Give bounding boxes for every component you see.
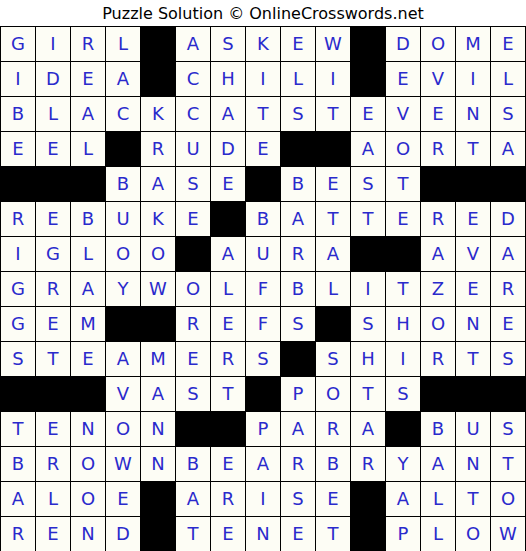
letter-cell: B	[281, 272, 316, 307]
letter-cell: B	[246, 202, 281, 237]
page-title: Puzzle Solution © OnlineCrosswords.net	[0, 0, 526, 26]
letter-cell: W	[106, 447, 141, 482]
letter-cell: A	[351, 412, 386, 447]
block-cell	[246, 167, 281, 202]
letter-cell: A	[246, 447, 281, 482]
block-cell	[351, 237, 386, 272]
letter-cell: O	[106, 237, 141, 272]
block-cell	[246, 377, 281, 412]
letter-cell: A	[1, 482, 36, 517]
letter-cell: E	[36, 412, 71, 447]
block-cell	[421, 167, 456, 202]
letter-cell: I	[1, 62, 36, 97]
letter-cell: L	[421, 517, 456, 551]
letter-cell: I	[1, 237, 36, 272]
letter-cell: M	[141, 342, 176, 377]
letter-cell: G	[1, 307, 36, 342]
letter-cell: B	[421, 412, 456, 447]
letter-cell: E	[246, 132, 281, 167]
letter-cell: T	[246, 97, 281, 132]
letter-cell: I	[246, 482, 281, 517]
letter-cell: N	[141, 447, 176, 482]
letter-cell: P	[246, 412, 281, 447]
letter-cell: S	[281, 97, 316, 132]
block-cell	[141, 307, 176, 342]
letter-cell: K	[246, 27, 281, 62]
letter-cell: E	[211, 447, 246, 482]
letter-cell: S	[351, 167, 386, 202]
letter-cell: S	[281, 482, 316, 517]
letter-cell: A	[351, 132, 386, 167]
letter-cell: O	[491, 482, 526, 517]
letter-cell: F	[246, 307, 281, 342]
letter-cell: L	[316, 272, 351, 307]
letter-cell: O	[106, 412, 141, 447]
letter-cell: T	[456, 482, 491, 517]
letter-cell: E	[176, 342, 211, 377]
block-cell	[316, 132, 351, 167]
letter-cell: W	[316, 27, 351, 62]
letter-cell: A	[141, 377, 176, 412]
letter-cell: S	[316, 342, 351, 377]
letter-cell: E	[386, 202, 421, 237]
letter-cell: R	[141, 132, 176, 167]
letter-cell: L	[211, 272, 246, 307]
letter-cell: A	[281, 412, 316, 447]
letter-cell: R	[1, 202, 36, 237]
letter-cell: E	[36, 307, 71, 342]
letter-cell: Z	[421, 272, 456, 307]
letter-cell: B	[316, 447, 351, 482]
letter-cell: S	[176, 377, 211, 412]
letter-cell: A	[316, 237, 351, 272]
block-cell	[141, 517, 176, 551]
letter-cell: O	[176, 272, 211, 307]
letter-cell: A	[176, 27, 211, 62]
block-cell	[141, 62, 176, 97]
letter-cell: O	[71, 482, 106, 517]
letter-cell: A	[106, 62, 141, 97]
letter-cell: T	[456, 132, 491, 167]
letter-cell: R	[351, 447, 386, 482]
letter-cell: E	[456, 202, 491, 237]
block-cell	[281, 132, 316, 167]
letter-cell: K	[141, 97, 176, 132]
letter-cell: H	[386, 307, 421, 342]
letter-cell: L	[71, 132, 106, 167]
letter-cell: T	[351, 377, 386, 412]
letter-cell: I	[246, 62, 281, 97]
letter-cell: N	[456, 307, 491, 342]
letter-cell: I	[386, 342, 421, 377]
letter-cell: I	[351, 272, 386, 307]
letter-cell: S	[176, 167, 211, 202]
letter-cell: R	[421, 132, 456, 167]
letter-cell: L	[491, 62, 526, 97]
letter-cell: R	[71, 27, 106, 62]
letter-cell: N	[456, 97, 491, 132]
letter-cell: A	[491, 132, 526, 167]
letter-cell: E	[71, 342, 106, 377]
letter-cell: S	[281, 307, 316, 342]
letter-cell: S	[246, 342, 281, 377]
letter-cell: A	[176, 482, 211, 517]
block-cell	[421, 377, 456, 412]
letter-cell: D	[36, 62, 71, 97]
letter-cell: B	[1, 447, 36, 482]
letter-cell: B	[71, 202, 106, 237]
letter-cell: T	[386, 167, 421, 202]
letter-cell: E	[1, 132, 36, 167]
letter-cell: R	[281, 237, 316, 272]
letter-cell: T	[36, 342, 71, 377]
letter-cell: O	[141, 237, 176, 272]
letter-cell: U	[176, 132, 211, 167]
letter-cell: R	[491, 272, 526, 307]
letter-cell: T	[211, 377, 246, 412]
block-cell	[176, 412, 211, 447]
letter-cell: R	[421, 202, 456, 237]
letter-cell: L	[106, 27, 141, 62]
letter-cell: G	[36, 237, 71, 272]
block-cell	[491, 167, 526, 202]
block-cell	[36, 167, 71, 202]
letter-cell: E	[491, 27, 526, 62]
letter-cell: T	[491, 447, 526, 482]
letter-cell: B	[176, 447, 211, 482]
letter-cell: A	[421, 237, 456, 272]
letter-cell: S	[386, 377, 421, 412]
letter-cell: W	[491, 517, 526, 551]
letter-cell: L	[36, 97, 71, 132]
letter-cell: R	[36, 447, 71, 482]
letter-cell: S	[351, 307, 386, 342]
letter-cell: P	[386, 517, 421, 551]
letter-cell: S	[491, 412, 526, 447]
letter-cell: M	[71, 307, 106, 342]
letter-cell: A	[71, 272, 106, 307]
letter-cell: F	[246, 272, 281, 307]
letter-cell: C	[106, 97, 141, 132]
letter-cell: I	[36, 27, 71, 62]
letter-cell: E	[211, 167, 246, 202]
block-cell	[211, 412, 246, 447]
letter-cell: T	[351, 202, 386, 237]
letter-cell: U	[456, 412, 491, 447]
letter-cell: D	[386, 27, 421, 62]
letter-cell: R	[211, 342, 246, 377]
letter-cell: D	[491, 202, 526, 237]
letter-cell: H	[351, 342, 386, 377]
block-cell	[351, 62, 386, 97]
letter-cell: A	[71, 97, 106, 132]
letter-cell: G	[1, 27, 36, 62]
letter-cell: E	[281, 27, 316, 62]
crossword-solution-page: Puzzle Solution © OnlineCrosswords.net G…	[0, 0, 526, 551]
letter-cell: N	[456, 447, 491, 482]
letter-cell: T	[316, 517, 351, 551]
letter-cell: L	[71, 237, 106, 272]
letter-cell: V	[456, 237, 491, 272]
letter-cell: N	[141, 412, 176, 447]
letter-cell: M	[456, 27, 491, 62]
block-cell	[36, 377, 71, 412]
letter-cell: A	[491, 237, 526, 272]
letter-cell: V	[106, 377, 141, 412]
letter-cell: A	[281, 202, 316, 237]
letter-cell: E	[281, 517, 316, 551]
letter-cell: K	[141, 202, 176, 237]
letter-cell: E	[456, 272, 491, 307]
letter-cell: O	[421, 307, 456, 342]
letter-cell: E	[36, 202, 71, 237]
letter-cell: O	[71, 447, 106, 482]
letter-cell: T	[386, 272, 421, 307]
letter-cell: L	[36, 482, 71, 517]
letter-cell: N	[246, 517, 281, 551]
block-cell	[106, 307, 141, 342]
letter-cell: N	[71, 517, 106, 551]
block-cell	[351, 482, 386, 517]
letter-cell: B	[1, 97, 36, 132]
block-cell	[1, 377, 36, 412]
letter-cell: L	[421, 482, 456, 517]
block-cell	[141, 482, 176, 517]
letter-cell: L	[281, 62, 316, 97]
letter-cell: E	[351, 97, 386, 132]
letter-cell: T	[456, 342, 491, 377]
letter-cell: A	[211, 97, 246, 132]
letter-cell: A	[106, 342, 141, 377]
block-cell	[211, 202, 246, 237]
letter-cell: E	[211, 307, 246, 342]
letter-cell: R	[1, 517, 36, 551]
letter-cell: R	[316, 412, 351, 447]
letter-cell: R	[281, 447, 316, 482]
block-cell	[106, 132, 141, 167]
letter-cell: D	[106, 517, 141, 551]
letter-cell: E	[211, 517, 246, 551]
letter-cell: I	[456, 62, 491, 97]
letter-cell: D	[211, 132, 246, 167]
letter-cell: E	[106, 482, 141, 517]
letter-cell: E	[316, 167, 351, 202]
letter-cell: T	[316, 202, 351, 237]
block-cell	[456, 377, 491, 412]
letter-cell: C	[176, 97, 211, 132]
block-cell	[386, 412, 421, 447]
letter-cell: E	[71, 62, 106, 97]
block-cell	[491, 377, 526, 412]
block-cell	[281, 342, 316, 377]
letter-cell: U	[106, 202, 141, 237]
letter-cell: O	[456, 517, 491, 551]
letter-cell: E	[316, 482, 351, 517]
letter-cell: H	[211, 62, 246, 97]
letter-cell: A	[141, 167, 176, 202]
block-cell	[1, 167, 36, 202]
letter-cell: A	[421, 447, 456, 482]
block-cell	[456, 167, 491, 202]
letter-cell: I	[316, 62, 351, 97]
letter-cell: E	[36, 132, 71, 167]
letter-cell: B	[106, 167, 141, 202]
letter-cell: O	[386, 132, 421, 167]
letter-cell: R	[211, 482, 246, 517]
block-cell	[141, 27, 176, 62]
letter-cell: G	[1, 272, 36, 307]
letter-cell: C	[176, 62, 211, 97]
block-cell	[176, 237, 211, 272]
letter-cell: V	[386, 97, 421, 132]
block-cell	[351, 27, 386, 62]
letter-cell: A	[386, 482, 421, 517]
letter-cell: N	[71, 412, 106, 447]
letter-cell: S	[1, 342, 36, 377]
crossword-grid: GIRLASKEWDOMEIDEACHILIEVILBLACKCATSTEVEN…	[0, 26, 526, 551]
letter-cell: R	[176, 307, 211, 342]
letter-cell: E	[386, 62, 421, 97]
letter-cell: V	[421, 62, 456, 97]
letter-cell: Y	[106, 272, 141, 307]
letter-cell: E	[176, 202, 211, 237]
letter-cell: O	[316, 377, 351, 412]
block-cell	[71, 377, 106, 412]
block-cell	[316, 307, 351, 342]
letter-cell: U	[246, 237, 281, 272]
letter-cell: A	[211, 237, 246, 272]
letter-cell: T	[1, 412, 36, 447]
letter-cell: Y	[386, 447, 421, 482]
letter-cell: R	[421, 342, 456, 377]
letter-cell: R	[36, 272, 71, 307]
letter-cell: O	[421, 27, 456, 62]
letter-cell: T	[316, 97, 351, 132]
letter-cell: S	[491, 97, 526, 132]
letter-cell: S	[491, 342, 526, 377]
letter-cell: T	[176, 517, 211, 551]
letter-cell: E	[421, 97, 456, 132]
letter-cell: E	[491, 307, 526, 342]
letter-cell: S	[211, 27, 246, 62]
letter-cell: P	[281, 377, 316, 412]
letter-cell: B	[281, 167, 316, 202]
block-cell	[71, 167, 106, 202]
block-cell	[386, 237, 421, 272]
block-cell	[351, 517, 386, 551]
letter-cell: W	[141, 272, 176, 307]
letter-cell: E	[36, 517, 71, 551]
